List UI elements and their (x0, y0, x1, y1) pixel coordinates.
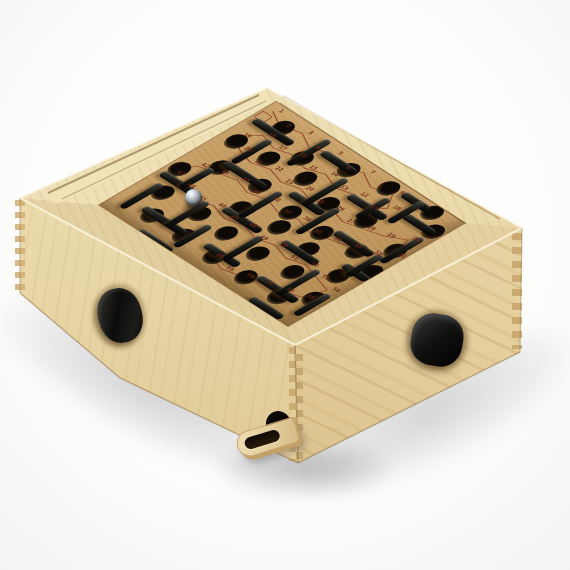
chute-slot (243, 428, 281, 450)
finger-joints-left-corner (15, 200, 25, 294)
finger-joints-right-corner (512, 233, 522, 350)
steel-ball[interactable] (185, 189, 202, 206)
labyrinth-game-photo: 1234567891011121314151617181920212223242… (0, 0, 570, 570)
finger-joints-front-corner (296, 354, 303, 461)
